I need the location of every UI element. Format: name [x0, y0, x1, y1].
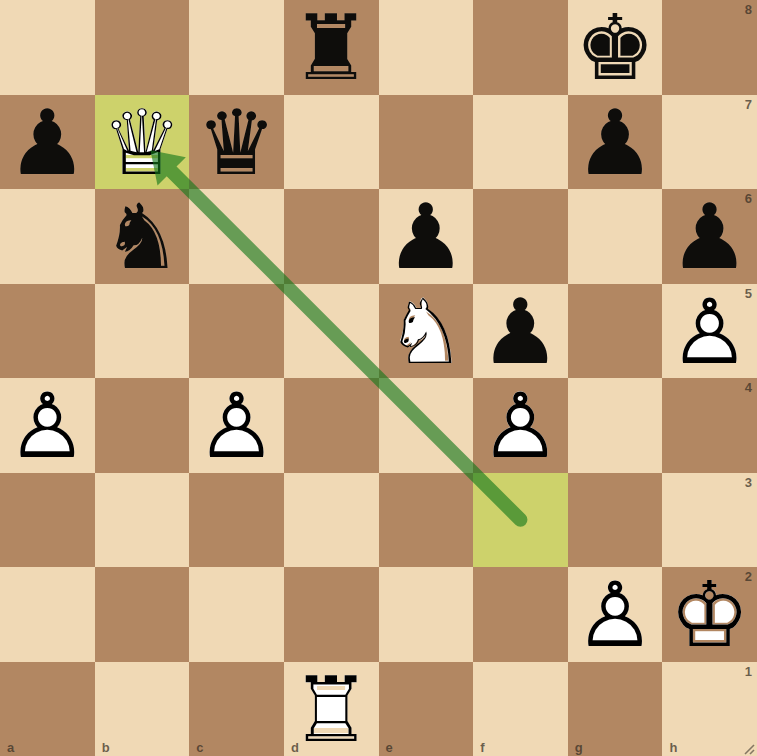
resize-grip-icon[interactable] — [742, 741, 756, 755]
square-g4[interactable] — [568, 378, 663, 473]
black-pawn[interactable]: ♟ — [0, 95, 95, 190]
square-h3[interactable]: 3 — [662, 473, 757, 568]
black-pawn[interactable]: ♟ — [473, 284, 568, 379]
square-e7[interactable] — [379, 95, 474, 190]
square-a3[interactable] — [0, 473, 95, 568]
square-h4[interactable]: 4 — [662, 378, 757, 473]
square-d8[interactable]: ♜ — [284, 0, 379, 95]
square-e8[interactable] — [379, 0, 474, 95]
board-squares: ♜♚8♟♛♕♛♟7♞♟♟6♞♘♟♟♙5♟♙♟♙♟♙43♟♙♚♔2abc♜♖def… — [0, 0, 757, 756]
rank-label-1: 1 — [745, 664, 752, 679]
square-h7[interactable]: 7 — [662, 95, 757, 190]
file-label-a: a — [7, 740, 14, 755]
white-pawn[interactable]: ♟♙ — [662, 284, 757, 379]
rank-label-7: 7 — [745, 97, 752, 112]
rank-label-4: 4 — [745, 380, 752, 395]
square-b6[interactable]: ♞ — [95, 189, 190, 284]
file-label-f: f — [480, 740, 484, 755]
white-pawn[interactable]: ♟♙ — [189, 378, 284, 473]
square-e3[interactable] — [379, 473, 474, 568]
square-b2[interactable] — [95, 567, 190, 662]
rank-label-8: 8 — [745, 2, 752, 17]
square-g7[interactable]: ♟ — [568, 95, 663, 190]
square-f6[interactable] — [473, 189, 568, 284]
square-f4[interactable]: ♟♙ — [473, 378, 568, 473]
square-c7[interactable]: ♛ — [189, 95, 284, 190]
white-pawn[interactable]: ♟♙ — [568, 567, 663, 662]
square-f8[interactable] — [473, 0, 568, 95]
square-a7[interactable]: ♟ — [0, 95, 95, 190]
square-a1[interactable]: a — [0, 662, 95, 756]
square-d5[interactable] — [284, 284, 379, 379]
square-g2[interactable]: ♟♙ — [568, 567, 663, 662]
square-d6[interactable] — [284, 189, 379, 284]
square-g8[interactable]: ♚ — [568, 0, 663, 95]
square-e2[interactable] — [379, 567, 474, 662]
square-b5[interactable] — [95, 284, 190, 379]
square-c8[interactable] — [189, 0, 284, 95]
square-h8[interactable]: 8 — [662, 0, 757, 95]
black-pawn[interactable]: ♟ — [568, 95, 663, 190]
square-g5[interactable] — [568, 284, 663, 379]
square-g3[interactable] — [568, 473, 663, 568]
black-rook[interactable]: ♜ — [284, 0, 379, 95]
square-e1[interactable]: e — [379, 662, 474, 756]
square-b4[interactable] — [95, 378, 190, 473]
black-king[interactable]: ♚ — [568, 0, 663, 95]
square-a8[interactable] — [0, 0, 95, 95]
rank-label-2: 2 — [745, 569, 752, 584]
square-f3[interactable] — [473, 473, 568, 568]
square-b3[interactable] — [95, 473, 190, 568]
square-f2[interactable] — [473, 567, 568, 662]
black-knight[interactable]: ♞ — [95, 189, 190, 284]
file-label-d: d — [291, 740, 299, 755]
square-c4[interactable]: ♟♙ — [189, 378, 284, 473]
file-label-h: h — [669, 740, 677, 755]
file-label-g: g — [575, 740, 583, 755]
rank-label-5: 5 — [745, 286, 752, 301]
square-a5[interactable] — [0, 284, 95, 379]
white-knight[interactable]: ♞♘ — [379, 284, 474, 379]
file-label-b: b — [102, 740, 110, 755]
square-c1[interactable]: c — [189, 662, 284, 756]
file-label-c: c — [196, 740, 203, 755]
black-pawn[interactable]: ♟ — [379, 189, 474, 284]
square-h6[interactable]: ♟6 — [662, 189, 757, 284]
square-g1[interactable]: g — [568, 662, 663, 756]
square-c2[interactable] — [189, 567, 284, 662]
white-pawn[interactable]: ♟♙ — [0, 378, 95, 473]
black-pawn[interactable]: ♟ — [662, 189, 757, 284]
chess-board: ♜♚8♟♛♕♛♟7♞♟♟6♞♘♟♟♙5♟♙♟♙♟♙43♟♙♚♔2abc♜♖def… — [0, 0, 757, 756]
square-d3[interactable] — [284, 473, 379, 568]
square-h2[interactable]: ♚♔2 — [662, 567, 757, 662]
rank-label-6: 6 — [745, 191, 752, 206]
white-pawn[interactable]: ♟♙ — [473, 378, 568, 473]
square-f5[interactable]: ♟ — [473, 284, 568, 379]
square-d2[interactable] — [284, 567, 379, 662]
white-king[interactable]: ♚♔ — [662, 567, 757, 662]
square-f1[interactable]: f — [473, 662, 568, 756]
square-b1[interactable]: b — [95, 662, 190, 756]
rank-label-3: 3 — [745, 475, 752, 490]
black-queen[interactable]: ♛ — [189, 95, 284, 190]
square-f7[interactable] — [473, 95, 568, 190]
square-c5[interactable] — [189, 284, 284, 379]
square-d1[interactable]: ♜♖d — [284, 662, 379, 756]
square-h5[interactable]: ♟♙5 — [662, 284, 757, 379]
square-d4[interactable] — [284, 378, 379, 473]
square-b8[interactable] — [95, 0, 190, 95]
square-a2[interactable] — [0, 567, 95, 662]
square-a6[interactable] — [0, 189, 95, 284]
square-a4[interactable]: ♟♙ — [0, 378, 95, 473]
square-e6[interactable]: ♟ — [379, 189, 474, 284]
square-g6[interactable] — [568, 189, 663, 284]
square-e4[interactable] — [379, 378, 474, 473]
square-b7[interactable]: ♛♕ — [95, 95, 190, 190]
white-queen[interactable]: ♛♕ — [95, 95, 190, 190]
square-c6[interactable] — [189, 189, 284, 284]
file-label-e: e — [386, 740, 393, 755]
square-e5[interactable]: ♞♘ — [379, 284, 474, 379]
square-d7[interactable] — [284, 95, 379, 190]
square-c3[interactable] — [189, 473, 284, 568]
